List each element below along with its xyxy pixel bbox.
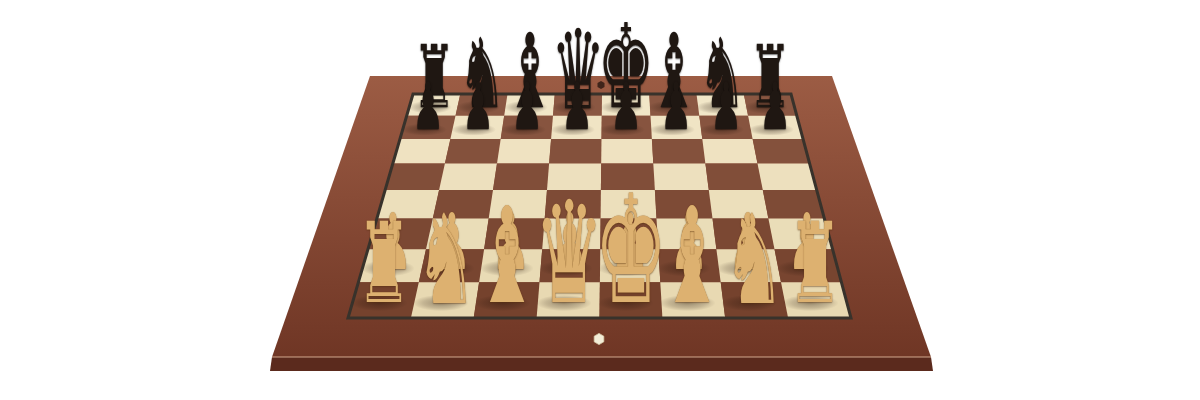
square-h5[interactable] bbox=[758, 164, 817, 191]
piece-black-pawn-d7[interactable]: ♟ bbox=[561, 74, 593, 139]
piece-white-rook-h1[interactable]: ♜ bbox=[788, 209, 843, 320]
piece-white-bishop-c1[interactable]: ♝ bbox=[475, 191, 540, 324]
piece-black-pawn-f7[interactable]: ♟ bbox=[660, 74, 692, 139]
board-front-edge bbox=[270, 357, 933, 371]
piece-black-pawn-e7[interactable]: ♟ bbox=[610, 74, 642, 139]
piece-black-pawn-a7[interactable]: ♟ bbox=[412, 74, 444, 139]
piece-black-pawn-h7[interactable]: ♟ bbox=[759, 74, 791, 139]
piece-white-rook-a1[interactable]: ♜ bbox=[357, 209, 412, 320]
piece-black-pawn-c7[interactable]: ♟ bbox=[511, 74, 543, 139]
piece-white-bishop-f1[interactable]: ♝ bbox=[659, 191, 724, 324]
square-a5[interactable] bbox=[385, 164, 445, 191]
product-photo-stage: ♜♞♝♛♚♝♞♜♟♟♟♟♟♟♟♟♟♟♟♟♟♟♟♟♜♞♝♛♚♝♞♜ bbox=[0, 0, 1200, 400]
piece-white-knight-b1[interactable]: ♞ bbox=[415, 198, 476, 322]
piece-white-king-e1[interactable]: ♚ bbox=[594, 176, 668, 326]
piece-white-knight-g1[interactable]: ♞ bbox=[723, 198, 784, 322]
piece-black-pawn-b7[interactable]: ♟ bbox=[462, 74, 494, 139]
piece-black-pawn-g7[interactable]: ♟ bbox=[709, 74, 741, 139]
